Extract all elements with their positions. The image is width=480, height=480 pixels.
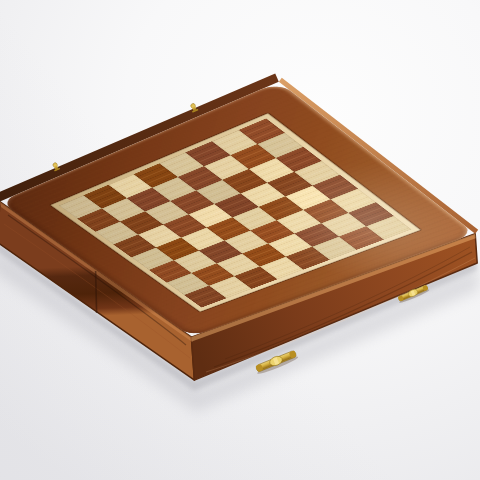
fold-seam: [96, 271, 97, 313]
product-photo-scene: [0, 0, 480, 480]
